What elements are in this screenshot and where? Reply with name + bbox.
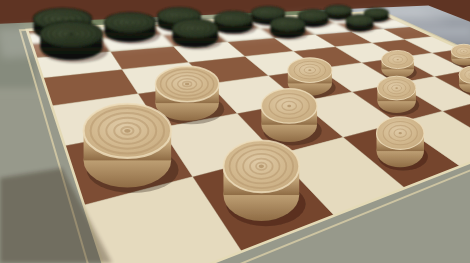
wood-center-dot [185,83,189,85]
scene-svg [0,0,470,263]
piece-light-sq30[interactable] [377,117,428,171]
wood-center-dot [259,165,264,169]
piece-dark-sq9[interactable] [40,21,108,63]
wood-center-dot [375,12,377,13]
wood-center-dot [178,15,181,16]
piece-dark-sq6[interactable] [214,11,256,35]
wood-center-dot [337,10,339,11]
wood-center-dot [128,22,132,23]
piece-dark-sq12[interactable] [346,14,376,32]
piece-dark-sq5[interactable] [104,13,159,45]
piece-dark-sq11[interactable] [270,17,308,40]
piece-dark-sq10[interactable] [172,19,222,50]
wood-center-dot [60,18,64,19]
checkers-board-photo [0,0,470,263]
wood-center-dot [395,87,398,89]
piece-light-sq29[interactable] [223,140,305,226]
piece-light-sq25[interactable] [84,104,179,193]
wood-center-dot [359,20,361,21]
wood-center-dot [287,23,289,24]
piece-light-sq23[interactable] [382,50,417,80]
piece-light-sq21[interactable] [155,66,224,124]
wood-center-dot [399,132,402,134]
wood-center-dot [312,15,314,16]
wood-center-dot [194,28,197,29]
wood-center-dot [232,18,235,19]
checkers-board[interactable] [0,0,470,263]
piece-light-sq26[interactable] [261,89,321,146]
wood-center-dot [287,105,291,107]
piece-light-sq27[interactable] [377,76,419,115]
wood-center-dot [69,33,73,35]
piece-light-sq24[interactable] [451,44,470,67]
wood-center-dot [267,12,269,13]
wood-center-dot [463,51,465,52]
wood-center-dot [308,69,311,71]
wood-center-dot [124,129,130,133]
wood-center-dot [397,59,399,60]
